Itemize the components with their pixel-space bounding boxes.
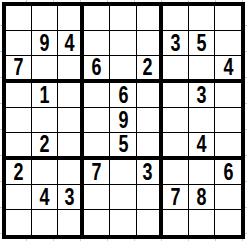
sudoku-cell-r8c2[interactable]: 4 bbox=[32, 185, 58, 210]
sudoku-digit: 4 bbox=[196, 133, 206, 156]
sudoku-cell-r9c7[interactable] bbox=[163, 210, 189, 235]
sudoku-cell-r2c4[interactable] bbox=[84, 31, 110, 56]
sudoku-digit: 6 bbox=[223, 161, 233, 184]
sudoku-cell-r1c8[interactable] bbox=[189, 6, 215, 31]
sudoku-cell-r8c1[interactable] bbox=[6, 185, 32, 210]
sudoku-cell-r4c9[interactable] bbox=[215, 83, 241, 108]
sudoku-cell-r7c2[interactable] bbox=[32, 160, 58, 185]
sudoku-cell-r9c2[interactable] bbox=[32, 210, 58, 235]
sudoku-cell-r1c5[interactable] bbox=[110, 6, 136, 31]
sudoku-cell-r9c8[interactable] bbox=[189, 210, 215, 235]
sudoku-digit: 5 bbox=[196, 32, 206, 55]
sudoku-cell-r5c5[interactable]: 9 bbox=[110, 108, 136, 133]
sudoku-digit: 3 bbox=[143, 161, 153, 184]
sudoku-cell-r6c1[interactable] bbox=[6, 133, 32, 160]
sudoku-cell-r9c1[interactable] bbox=[6, 210, 32, 235]
sudoku-digit: 9 bbox=[118, 109, 128, 132]
sudoku-cell-r6c5[interactable]: 5 bbox=[110, 133, 136, 160]
sudoku-cell-r8c9[interactable] bbox=[215, 185, 241, 210]
sudoku-digit: 6 bbox=[118, 84, 128, 107]
sudoku-cell-r9c4[interactable] bbox=[84, 210, 110, 235]
sudoku-cell-r3c6[interactable]: 2 bbox=[137, 56, 163, 83]
sudoku-digit: 8 bbox=[196, 186, 206, 209]
sudoku-cell-r7c3[interactable] bbox=[58, 160, 84, 185]
sudoku-digit: 4 bbox=[223, 56, 233, 79]
sudoku-cell-r3c8[interactable] bbox=[189, 56, 215, 83]
sudoku-cell-r5c4[interactable] bbox=[84, 108, 110, 133]
sudoku-cell-r4c3[interactable] bbox=[58, 83, 84, 108]
sudoku-digit: 7 bbox=[14, 56, 24, 79]
sudoku-cell-r1c4[interactable] bbox=[84, 6, 110, 31]
sudoku-digit: 7 bbox=[170, 186, 180, 209]
sudoku-cell-r8c7[interactable]: 7 bbox=[163, 185, 189, 210]
sudoku-cell-r4c8[interactable]: 3 bbox=[189, 83, 215, 108]
sudoku-digit: 3 bbox=[64, 186, 74, 209]
sudoku-digit: 1 bbox=[40, 84, 50, 107]
sudoku-cell-r7c8[interactable] bbox=[189, 160, 215, 185]
sudoku-cell-r6c9[interactable] bbox=[215, 133, 241, 160]
sudoku-cell-r5c3[interactable] bbox=[58, 108, 84, 133]
sudoku-cell-r2c5[interactable] bbox=[110, 31, 136, 56]
sudoku-digit: 6 bbox=[92, 56, 102, 79]
sudoku-digit: 9 bbox=[40, 32, 50, 55]
sudoku-cell-r9c5[interactable] bbox=[110, 210, 136, 235]
sudoku-cell-r4c1[interactable] bbox=[6, 83, 32, 108]
sudoku-digit: 4 bbox=[64, 32, 74, 55]
sudoku-cell-r8c8[interactable]: 8 bbox=[189, 185, 215, 210]
sudoku-cell-r2c2[interactable]: 9 bbox=[32, 31, 58, 56]
sudoku-cell-r4c6[interactable] bbox=[137, 83, 163, 108]
sudoku-cell-r5c2[interactable] bbox=[32, 108, 58, 133]
sudoku-cell-r3c1[interactable]: 7 bbox=[6, 56, 32, 83]
sudoku-cell-r7c7[interactable] bbox=[163, 160, 189, 185]
sudoku-cell-r5c9[interactable] bbox=[215, 108, 241, 133]
sudoku-cell-r3c5[interactable] bbox=[110, 56, 136, 83]
sudoku-cell-r1c2[interactable] bbox=[32, 6, 58, 31]
sudoku-cell-r4c4[interactable] bbox=[84, 83, 110, 108]
sudoku-cell-r6c3[interactable] bbox=[58, 133, 84, 160]
sudoku-cell-r1c9[interactable] bbox=[215, 6, 241, 31]
sudoku-digit: 7 bbox=[92, 161, 102, 184]
sudoku-cell-r9c9[interactable] bbox=[215, 210, 241, 235]
sudoku-cell-r7c5[interactable] bbox=[110, 160, 136, 185]
sudoku-cell-r9c3[interactable] bbox=[58, 210, 84, 235]
sudoku-cell-r8c5[interactable] bbox=[110, 185, 136, 210]
sudoku-cell-r5c7[interactable] bbox=[163, 108, 189, 133]
sudoku-cell-r6c2[interactable]: 2 bbox=[32, 133, 58, 160]
sudoku-cell-r7c1[interactable]: 2 bbox=[6, 160, 32, 185]
sudoku-cell-r5c1[interactable] bbox=[6, 108, 32, 133]
sudoku-cell-r2c3[interactable]: 4 bbox=[58, 31, 84, 56]
sudoku-cell-r4c5[interactable]: 6 bbox=[110, 83, 136, 108]
sudoku-cell-r6c4[interactable] bbox=[84, 133, 110, 160]
sudoku-cell-r2c6[interactable] bbox=[137, 31, 163, 56]
sudoku-cell-r6c8[interactable]: 4 bbox=[189, 133, 215, 160]
sudoku-cell-r2c1[interactable] bbox=[6, 31, 32, 56]
sudoku-cell-r2c8[interactable]: 5 bbox=[189, 31, 215, 56]
sudoku-cell-r5c8[interactable] bbox=[189, 108, 215, 133]
sudoku-cell-r6c6[interactable] bbox=[137, 133, 163, 160]
sudoku-cell-r4c7[interactable] bbox=[163, 83, 189, 108]
sudoku-digit: 3 bbox=[170, 32, 180, 55]
sudoku-cell-r3c2[interactable] bbox=[32, 56, 58, 83]
sudoku-cell-r2c7[interactable]: 3 bbox=[163, 31, 189, 56]
sudoku-cell-r4c2[interactable]: 1 bbox=[32, 83, 58, 108]
sudoku-cell-r1c1[interactable] bbox=[6, 6, 32, 31]
sudoku-digit: 3 bbox=[196, 84, 206, 107]
sudoku-digit: 2 bbox=[143, 56, 153, 79]
sudoku-cell-r9c6[interactable] bbox=[137, 210, 163, 235]
sudoku-digit: 5 bbox=[118, 133, 128, 156]
sudoku-cell-r7c4[interactable]: 7 bbox=[84, 160, 110, 185]
sudoku-cell-r1c6[interactable] bbox=[137, 6, 163, 31]
sudoku-board: 94357624163925427364378 bbox=[2, 2, 245, 239]
sudoku-cell-r3c4[interactable]: 6 bbox=[84, 56, 110, 83]
sudoku-cell-r7c9[interactable]: 6 bbox=[215, 160, 241, 185]
sudoku-cell-r3c3[interactable] bbox=[58, 56, 84, 83]
sudoku-cell-r1c7[interactable] bbox=[163, 6, 189, 31]
sudoku-cell-r8c6[interactable] bbox=[137, 185, 163, 210]
sudoku-cell-r3c7[interactable] bbox=[163, 56, 189, 83]
sudoku-cell-r6c7[interactable] bbox=[163, 133, 189, 160]
sudoku-cell-r1c3[interactable] bbox=[58, 6, 84, 31]
sudoku-cell-r8c4[interactable] bbox=[84, 185, 110, 210]
sudoku-cell-r8c3[interactable]: 3 bbox=[58, 185, 84, 210]
sudoku-cell-r5c6[interactable] bbox=[137, 108, 163, 133]
sudoku-cell-r7c6[interactable]: 3 bbox=[137, 160, 163, 185]
sudoku-cell-r3c9[interactable]: 4 bbox=[215, 56, 241, 83]
sudoku-digit: 2 bbox=[40, 133, 50, 156]
sudoku-digit: 4 bbox=[40, 186, 50, 209]
sudoku-digit: 2 bbox=[14, 161, 24, 184]
sudoku-cell-r2c9[interactable] bbox=[215, 31, 241, 56]
